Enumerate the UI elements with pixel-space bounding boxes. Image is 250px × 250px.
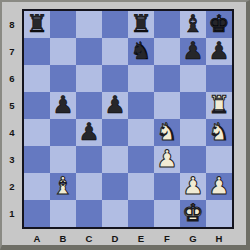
square-c3[interactable] [76,146,102,173]
rank-label-4: 4 [2,119,22,146]
square-c6[interactable] [76,65,102,92]
square-f6[interactable] [154,65,180,92]
square-g4[interactable] [180,119,206,146]
square-g3[interactable] [180,146,206,173]
square-e8[interactable]: ♜ [128,11,154,38]
square-d7[interactable] [102,38,128,65]
square-h1[interactable] [206,200,232,227]
square-g2[interactable]: ♟ [180,173,206,200]
piece-black-pawn-b5[interactable]: ♟ [52,92,74,119]
square-b3[interactable] [50,146,76,173]
square-d4[interactable] [102,119,128,146]
rank-labels: 87654321 [2,11,22,227]
file-label-d: D [102,233,128,244]
file-label-c: C [76,233,102,244]
file-label-g: G [180,233,206,244]
square-d8[interactable] [102,11,128,38]
square-a3[interactable] [24,146,50,173]
file-label-a: A [24,233,50,244]
square-d1[interactable] [102,200,128,227]
square-e1[interactable] [128,200,154,227]
square-e6[interactable] [128,65,154,92]
square-c8[interactable] [76,11,102,38]
chess-diagram-frame: 87654321 ♜♜♝♚♞♟♟♟♟♜♟♞♞♟♝♟♟♚ ABCDEFGH [0,0,250,250]
rank-label-5: 5 [2,92,22,119]
square-a8[interactable]: ♜ [24,11,50,38]
piece-white-knight-f4[interactable]: ♞ [156,119,178,146]
square-b7[interactable] [50,38,76,65]
square-d6[interactable] [102,65,128,92]
square-b5[interactable]: ♟ [50,92,76,119]
square-d3[interactable] [102,146,128,173]
square-g8[interactable]: ♝ [180,11,206,38]
square-b1[interactable] [50,200,76,227]
piece-white-rook-h5[interactable]: ♜ [208,92,230,119]
square-g5[interactable] [180,92,206,119]
piece-black-rook-a8[interactable]: ♜ [26,11,48,38]
rank-label-7: 7 [2,38,22,65]
square-f3[interactable]: ♟ [154,146,180,173]
square-a2[interactable] [24,173,50,200]
square-g7[interactable]: ♟ [180,38,206,65]
square-h5[interactable]: ♜ [206,92,232,119]
square-c7[interactable] [76,38,102,65]
piece-black-pawn-h7[interactable]: ♟ [208,38,230,65]
square-h8[interactable]: ♚ [206,11,232,38]
square-h2[interactable]: ♟ [206,173,232,200]
square-c5[interactable] [76,92,102,119]
square-f4[interactable]: ♞ [154,119,180,146]
square-f5[interactable] [154,92,180,119]
piece-white-pawn-f3[interactable]: ♟ [156,146,178,173]
square-a6[interactable] [24,65,50,92]
piece-black-pawn-c4[interactable]: ♟ [78,119,100,146]
square-e7[interactable]: ♞ [128,38,154,65]
file-label-b: B [50,233,76,244]
file-label-e: E [128,233,154,244]
piece-black-knight-e7[interactable]: ♞ [130,38,152,65]
square-h6[interactable] [206,65,232,92]
square-a4[interactable] [24,119,50,146]
square-b6[interactable] [50,65,76,92]
square-a5[interactable] [24,92,50,119]
file-label-f: F [154,233,180,244]
rank-label-1: 1 [2,200,22,227]
square-d5[interactable]: ♟ [102,92,128,119]
square-a7[interactable] [24,38,50,65]
square-d2[interactable] [102,173,128,200]
piece-black-bishop-g8[interactable]: ♝ [182,11,204,38]
file-labels: ABCDEFGH [24,233,232,244]
square-b2[interactable]: ♝ [50,173,76,200]
square-f7[interactable] [154,38,180,65]
square-b8[interactable] [50,11,76,38]
square-a1[interactable] [24,200,50,227]
square-e4[interactable] [128,119,154,146]
chess-board[interactable]: ♜♜♝♚♞♟♟♟♟♜♟♞♞♟♝♟♟♚ [22,9,234,229]
rank-label-3: 3 [2,146,22,173]
square-f8[interactable] [154,11,180,38]
piece-white-pawn-g2[interactable]: ♟ [182,173,204,200]
square-f1[interactable] [154,200,180,227]
piece-black-pawn-d5[interactable]: ♟ [104,92,126,119]
piece-black-rook-e8[interactable]: ♜ [130,11,152,38]
square-e2[interactable] [128,173,154,200]
piece-white-bishop-b2[interactable]: ♝ [52,173,74,200]
piece-white-pawn-h2[interactable]: ♟ [208,173,230,200]
piece-white-knight-h4[interactable]: ♞ [208,119,230,146]
square-b4[interactable] [50,119,76,146]
rank-label-8: 8 [2,11,22,38]
square-g6[interactable] [180,65,206,92]
square-e5[interactable] [128,92,154,119]
rank-label-2: 2 [2,173,22,200]
square-g1[interactable]: ♚ [180,200,206,227]
square-c1[interactable] [76,200,102,227]
piece-white-king-g1[interactable]: ♚ [182,200,204,227]
square-f2[interactable] [154,173,180,200]
file-label-h: H [206,233,232,244]
square-h4[interactable]: ♞ [206,119,232,146]
square-c2[interactable] [76,173,102,200]
square-c4[interactable]: ♟ [76,119,102,146]
square-e3[interactable] [128,146,154,173]
square-h7[interactable]: ♟ [206,38,232,65]
square-h3[interactable] [206,146,232,173]
piece-black-king-h8[interactable]: ♚ [208,11,230,38]
rank-label-6: 6 [2,65,22,92]
piece-black-pawn-g7[interactable]: ♟ [182,38,204,65]
